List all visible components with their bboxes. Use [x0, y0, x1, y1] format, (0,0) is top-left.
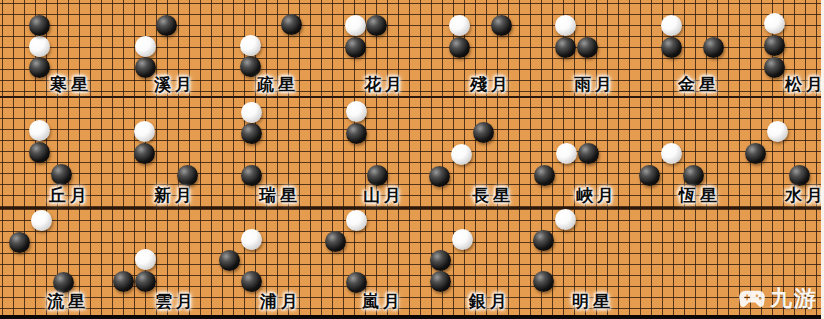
opening-label-流星: 流星: [47, 293, 89, 310]
black-stone-b1-瑞星: [241, 123, 262, 144]
black-stone-b3-花月: [366, 15, 387, 36]
black-stone-b3-寒星: [29, 15, 50, 36]
black-stone-b3-瑞星: [241, 165, 262, 186]
white-stone-w2-流星: [31, 210, 52, 231]
black-stone-b1-新月: [134, 143, 155, 164]
opening-label-峽月: 峽月: [576, 187, 618, 204]
white-stone-w2-花月: [345, 15, 366, 36]
opening-label-雲月: 雲月: [155, 293, 197, 310]
opening-label-浦月: 浦月: [260, 293, 302, 310]
black-stone-b3-長星: [473, 122, 494, 143]
black-stone-b1-雨月: [555, 37, 576, 58]
white-stone-w2-松月: [764, 13, 785, 34]
white-stone-w2-水月: [767, 121, 788, 142]
white-stone-w2-殘月: [449, 15, 470, 36]
black-stone-b1-恆星: [639, 165, 660, 186]
black-stone-b1-水月: [745, 143, 766, 164]
black-stone-b3-明星: [533, 271, 554, 292]
opening-label-疏星: 疏星: [257, 76, 299, 93]
opening-label-嵐月: 嵐月: [362, 293, 404, 310]
opening-label-瑞星: 瑞星: [259, 187, 301, 204]
opening-label-丘月: 丘月: [49, 187, 91, 204]
black-stone-b1-丘月: [29, 142, 50, 163]
black-stone-b1-花月: [345, 37, 366, 58]
black-stone-b1-流星: [9, 232, 30, 253]
black-stone-b3-殘月: [491, 15, 512, 36]
black-stone-b3-溪月: [156, 15, 177, 36]
black-stone-b1-雲月: [113, 271, 134, 292]
goban-row-3: [0, 209, 824, 316]
black-stone-b3-松月: [764, 57, 785, 78]
black-stone-b1-峽月: [534, 165, 555, 186]
black-stone-b3-流星: [53, 272, 74, 293]
bottom-edge-bar: [0, 315, 824, 319]
white-stone-w2-疏星: [240, 35, 261, 56]
black-stone-b1-明星: [533, 230, 554, 251]
opening-label-銀月: 銀月: [469, 293, 511, 310]
black-stone-b1-浦月: [219, 250, 240, 271]
opening-label-水月: 水月: [785, 187, 824, 204]
white-stone-w2-浦月: [241, 229, 262, 250]
white-stone-w2-峽月: [556, 143, 577, 164]
black-stone-b1-金星: [661, 37, 682, 58]
black-stone-b3-水月: [789, 165, 810, 186]
black-stone-b3-新月: [177, 165, 198, 186]
watermark-text: 九游: [770, 284, 818, 314]
white-stone-w2-長星: [451, 144, 472, 165]
opening-label-殘月: 殘月: [470, 76, 512, 93]
opening-label-金星: 金星: [678, 76, 720, 93]
white-stone-w2-明星: [555, 209, 576, 230]
black-stone-b1-松月: [764, 35, 785, 56]
black-stone-b1-疏星: [240, 56, 261, 77]
white-stone-w2-丘月: [29, 120, 50, 141]
black-stone-b1-寒星: [29, 57, 50, 78]
opening-label-松月: 松月: [785, 76, 824, 93]
white-stone-w2-銀月: [452, 229, 473, 250]
white-stone-w2-嵐月: [346, 210, 367, 231]
black-stone-b3-恆星: [683, 165, 704, 186]
black-stone-b3-浦月: [241, 271, 262, 292]
white-stone-w2-恆星: [661, 143, 682, 164]
opening-label-雨月: 雨月: [574, 76, 616, 93]
opening-label-長星: 長星: [472, 187, 514, 204]
white-stone-w2-瑞星: [241, 102, 262, 123]
black-stone-b3-峽月: [578, 143, 599, 164]
black-stone-b1-銀月: [430, 250, 451, 271]
black-stone-b1-嵐月: [325, 231, 346, 252]
opening-label-新月: 新月: [154, 187, 196, 204]
opening-label-明星: 明星: [572, 293, 614, 310]
row-separator-line: [0, 96, 824, 98]
opening-label-花月: 花月: [364, 76, 406, 93]
black-stone-b1-山月: [346, 123, 367, 144]
black-stone-b3-嵐月: [346, 272, 367, 293]
black-stone-b3-雨月: [577, 37, 598, 58]
black-stone-b3-山月: [367, 165, 388, 186]
white-stone-w2-雨月: [555, 15, 576, 36]
opening-label-寒星: 寒星: [50, 76, 92, 93]
white-stone-w2-雲月: [135, 249, 156, 270]
row-separator-line: [0, 207, 824, 209]
opening-label-山月: 山月: [363, 187, 405, 204]
black-stone-b1-溪月: [135, 57, 156, 78]
white-stone-w2-溪月: [135, 36, 156, 57]
white-stone-w2-新月: [134, 121, 155, 142]
black-stone-b3-丘月: [51, 164, 72, 185]
black-stone-b3-疏星: [281, 14, 302, 35]
white-stone-w2-山月: [346, 101, 367, 122]
black-stone-b3-金星: [703, 37, 724, 58]
white-stone-w2-寒星: [29, 36, 50, 57]
opening-label-溪月: 溪月: [154, 76, 196, 93]
renju-opening-chart: 寒星溪月疏星花月殘月雨月金星松月丘月新月瑞星山月長星峽月恆星水月流星雲月浦月嵐月…: [0, 0, 824, 319]
black-stone-b3-雲月: [135, 271, 156, 292]
watermark: 九游: [738, 284, 818, 314]
gamepad-icon: [738, 289, 766, 309]
black-stone-b1-殘月: [449, 37, 470, 58]
white-stone-w2-金星: [661, 15, 682, 36]
black-stone-b1-長星: [429, 166, 450, 187]
black-stone-b3-銀月: [430, 271, 451, 292]
opening-label-恆星: 恆星: [679, 187, 721, 204]
